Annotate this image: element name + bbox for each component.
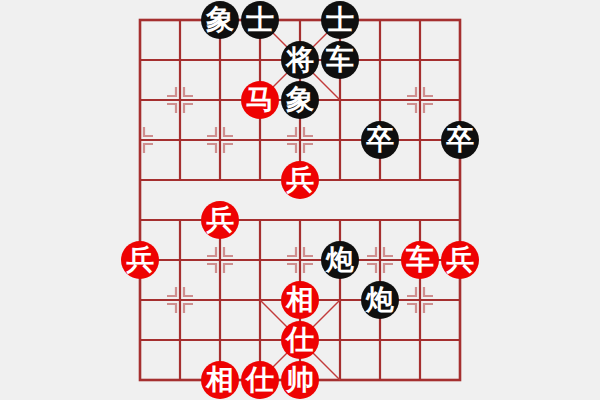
piece-red-soldier-a7[interactable]: 兵 bbox=[121, 241, 159, 279]
piece-black-soldier-g4[interactable]: 卒 bbox=[361, 121, 399, 159]
piece-red-soldier-i7[interactable]: 兵 bbox=[441, 241, 479, 279]
piece-black-elephant-e3[interactable]: 象 bbox=[281, 81, 319, 119]
piece-black-soldier-i4[interactable]: 卒 bbox=[441, 121, 479, 159]
piece-red-horse-d3[interactable]: 马 bbox=[241, 81, 279, 119]
piece-red-elephant-e8[interactable]: 相 bbox=[281, 281, 319, 319]
piece-black-cannon-g8[interactable]: 炮 bbox=[361, 281, 399, 319]
piece-red-soldier-e5[interactable]: 兵 bbox=[281, 161, 319, 199]
piece-red-advisor-e9[interactable]: 仕 bbox=[281, 321, 319, 359]
piece-black-elephant-c1[interactable]: 象 bbox=[201, 1, 239, 39]
piece-red-soldier-c6[interactable]: 兵 bbox=[201, 201, 239, 239]
pieces-layer: 象士士将车马象卒卒兵兵兵炮车兵相炮仕相仕帅 bbox=[120, 0, 480, 400]
piece-black-general-e2[interactable]: 将 bbox=[281, 41, 319, 79]
piece-black-chariot-f2[interactable]: 车 bbox=[321, 41, 359, 79]
piece-red-advisor-d10[interactable]: 仕 bbox=[241, 361, 279, 399]
piece-red-general-e10[interactable]: 帅 bbox=[281, 361, 319, 399]
piece-black-advisor-d1[interactable]: 士 bbox=[241, 1, 279, 39]
piece-red-chariot-h7[interactable]: 车 bbox=[401, 241, 439, 279]
piece-red-elephant-c10[interactable]: 相 bbox=[201, 361, 239, 399]
piece-black-cannon-f7[interactable]: 炮 bbox=[321, 241, 359, 279]
piece-black-advisor-f1[interactable]: 士 bbox=[321, 1, 359, 39]
xiangqi-board: 象士士将车马象卒卒兵兵兵炮车兵相炮仕相仕帅 bbox=[0, 0, 600, 400]
